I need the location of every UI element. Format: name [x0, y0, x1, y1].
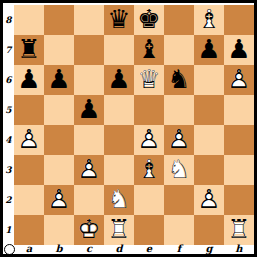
piece-glyph: ♟	[194, 35, 224, 65]
square-d7[interactable]	[104, 35, 134, 65]
side-to-move-indicator	[4, 244, 15, 255]
file-label-f: f	[164, 244, 194, 254]
file-label-a: a	[14, 244, 44, 254]
square-h5[interactable]	[224, 95, 254, 125]
piece-outline-glyph: ♘	[164, 155, 194, 185]
piece-outline-glyph: ♔	[74, 215, 104, 245]
square-h4[interactable]	[224, 125, 254, 155]
square-h6[interactable]: ♟♙	[224, 65, 254, 95]
rank-label-6: 6	[3, 65, 14, 95]
rank-label-8: 8	[3, 5, 14, 35]
square-g2[interactable]: ♟♙	[194, 185, 224, 215]
piece-glyph: ♟	[104, 65, 134, 95]
white-knight-icon[interactable]: ♞♘	[164, 155, 194, 185]
piece-outline-glyph: ♙	[224, 65, 254, 95]
square-g4[interactable]	[194, 125, 224, 155]
white-king-icon[interactable]: ♚♔	[74, 215, 104, 245]
chess-board[interactable]: ♛♚♝♗♜♝♟♟♟♟♟♛♕♞♟♙♟♟♙♟♙♟♙♟♙♝♗♞♘♟♙♞♘♟♙♚♔♜♖♜…	[14, 5, 254, 245]
piece-glyph: ♝	[134, 35, 164, 65]
square-d5[interactable]	[104, 95, 134, 125]
piece-outline-glyph: ♙	[134, 125, 164, 155]
square-c6[interactable]	[74, 65, 104, 95]
square-c1[interactable]: ♚♔	[74, 215, 104, 245]
black-pawn-icon[interactable]: ♟	[44, 65, 74, 95]
white-queen-icon[interactable]: ♛♕	[134, 65, 164, 95]
square-h3[interactable]	[224, 155, 254, 185]
square-g7[interactable]: ♟	[194, 35, 224, 65]
black-pawn-icon[interactable]: ♟	[194, 35, 224, 65]
square-d4[interactable]	[104, 125, 134, 155]
black-king-icon[interactable]: ♚	[134, 5, 164, 35]
square-c3[interactable]: ♟♙	[74, 155, 104, 185]
piece-outline-glyph: ♖	[224, 215, 254, 245]
piece-glyph: ♚	[134, 5, 164, 35]
square-b2[interactable]: ♟♙	[44, 185, 74, 215]
square-c8[interactable]	[74, 5, 104, 35]
square-c2[interactable]	[74, 185, 104, 215]
square-e1[interactable]	[134, 215, 164, 245]
piece-outline-glyph: ♕	[134, 65, 164, 95]
square-f3[interactable]: ♞♘	[164, 155, 194, 185]
square-f2[interactable]	[164, 185, 194, 215]
square-a5[interactable]	[14, 95, 44, 125]
square-h1[interactable]: ♜♖	[224, 215, 254, 245]
white-pawn-icon[interactable]: ♟♙	[164, 125, 194, 155]
square-c4[interactable]	[74, 125, 104, 155]
square-b6[interactable]: ♟	[44, 65, 74, 95]
square-b1[interactable]	[44, 215, 74, 245]
file-labels: abcdefgh	[14, 244, 254, 254]
black-queen-icon[interactable]: ♛	[104, 5, 134, 35]
white-pawn-icon[interactable]: ♟♙	[74, 155, 104, 185]
square-e5[interactable]	[134, 95, 164, 125]
file-label-h: h	[224, 244, 254, 254]
black-bishop-icon[interactable]: ♝	[134, 35, 164, 65]
piece-glyph: ♟	[44, 65, 74, 95]
piece-glyph: ♟	[14, 65, 44, 95]
file-label-c: c	[74, 244, 104, 254]
square-g3[interactable]	[194, 155, 224, 185]
square-g1[interactable]	[194, 215, 224, 245]
square-b4[interactable]	[44, 125, 74, 155]
white-pawn-icon[interactable]: ♟♙	[44, 185, 74, 215]
square-f1[interactable]	[164, 215, 194, 245]
piece-outline-glyph: ♙	[74, 155, 104, 185]
square-h8[interactable]	[224, 5, 254, 35]
square-c5[interactable]: ♟	[74, 95, 104, 125]
piece-outline-glyph: ♘	[104, 185, 134, 215]
square-e6[interactable]: ♛♕	[134, 65, 164, 95]
white-pawn-icon[interactable]: ♟♙	[134, 125, 164, 155]
square-e2[interactable]	[134, 185, 164, 215]
white-rook-icon[interactable]: ♜♖	[104, 215, 134, 245]
square-a6[interactable]: ♟	[14, 65, 44, 95]
square-a1[interactable]	[14, 215, 44, 245]
piece-glyph: ♟	[74, 95, 104, 125]
rank-label-4: 4	[3, 125, 14, 155]
square-d8[interactable]: ♛	[104, 5, 134, 35]
piece-outline-glyph: ♙	[194, 185, 224, 215]
square-b3[interactable]	[44, 155, 74, 185]
white-bishop-icon[interactable]: ♝♗	[194, 5, 224, 35]
piece-glyph: ♟	[224, 35, 254, 65]
black-pawn-icon[interactable]: ♟	[14, 65, 44, 95]
square-b5[interactable]	[44, 95, 74, 125]
white-pawn-icon[interactable]: ♟♙	[14, 125, 44, 155]
file-label-g: g	[194, 244, 224, 254]
rank-labels: 87654321	[3, 5, 14, 245]
white-pawn-icon[interactable]: ♟♙	[194, 185, 224, 215]
piece-outline-glyph: ♗	[134, 155, 164, 185]
square-a2[interactable]	[14, 185, 44, 215]
square-e3[interactable]: ♝♗	[134, 155, 164, 185]
square-g8[interactable]: ♝♗	[194, 5, 224, 35]
white-knight-icon[interactable]: ♞♘	[104, 185, 134, 215]
white-pawn-icon[interactable]: ♟♙	[224, 65, 254, 95]
black-pawn-icon[interactable]: ♟	[74, 95, 104, 125]
piece-outline-glyph: ♙	[164, 125, 194, 155]
square-b7[interactable]	[44, 35, 74, 65]
piece-outline-glyph: ♖	[104, 215, 134, 245]
file-label-b: b	[44, 244, 74, 254]
white-rook-icon[interactable]: ♜♖	[224, 215, 254, 245]
square-d2[interactable]: ♞♘	[104, 185, 134, 215]
square-a3[interactable]	[14, 155, 44, 185]
square-a7[interactable]: ♜	[14, 35, 44, 65]
file-label-d: d	[104, 244, 134, 254]
rank-label-5: 5	[3, 95, 14, 125]
square-f8[interactable]	[164, 5, 194, 35]
square-f6[interactable]: ♞	[164, 65, 194, 95]
black-pawn-icon[interactable]: ♟	[224, 35, 254, 65]
square-e8[interactable]: ♚	[134, 5, 164, 35]
square-c7[interactable]	[74, 35, 104, 65]
square-a4[interactable]: ♟♙	[14, 125, 44, 155]
piece-glyph: ♛	[104, 5, 134, 35]
rank-label-1: 1	[3, 215, 14, 245]
black-rook-icon[interactable]: ♜	[14, 35, 44, 65]
file-label-e: e	[134, 244, 164, 254]
square-f5[interactable]	[164, 95, 194, 125]
piece-glyph: ♜	[14, 35, 44, 65]
square-e7[interactable]: ♝	[134, 35, 164, 65]
square-f7[interactable]	[164, 35, 194, 65]
piece-glyph: ♞	[164, 65, 194, 95]
chess-diagram: 87654321 ♛♚♝♗♜♝♟♟♟♟♟♛♕♞♟♙♟♟♙♟♙♟♙♟♙♝♗♞♘♟♙…	[0, 0, 257, 257]
piece-outline-glyph: ♗	[194, 5, 224, 35]
square-h2[interactable]	[224, 185, 254, 215]
square-e4[interactable]: ♟♙	[134, 125, 164, 155]
square-a8[interactable]	[14, 5, 44, 35]
piece-outline-glyph: ♙	[44, 185, 74, 215]
square-d3[interactable]	[104, 155, 134, 185]
square-f4[interactable]: ♟♙	[164, 125, 194, 155]
black-knight-icon[interactable]: ♞	[164, 65, 194, 95]
square-d1[interactable]: ♜♖	[104, 215, 134, 245]
black-pawn-icon[interactable]: ♟	[104, 65, 134, 95]
square-b8[interactable]	[44, 5, 74, 35]
square-g5[interactable]	[194, 95, 224, 125]
piece-outline-glyph: ♙	[14, 125, 44, 155]
rank-label-3: 3	[3, 155, 14, 185]
rank-label-7: 7	[3, 35, 14, 65]
square-g6[interactable]	[194, 65, 224, 95]
rank-label-2: 2	[3, 185, 14, 215]
square-d6[interactable]: ♟	[104, 65, 134, 95]
white-bishop-icon[interactable]: ♝♗	[134, 155, 164, 185]
square-h7[interactable]: ♟	[224, 35, 254, 65]
